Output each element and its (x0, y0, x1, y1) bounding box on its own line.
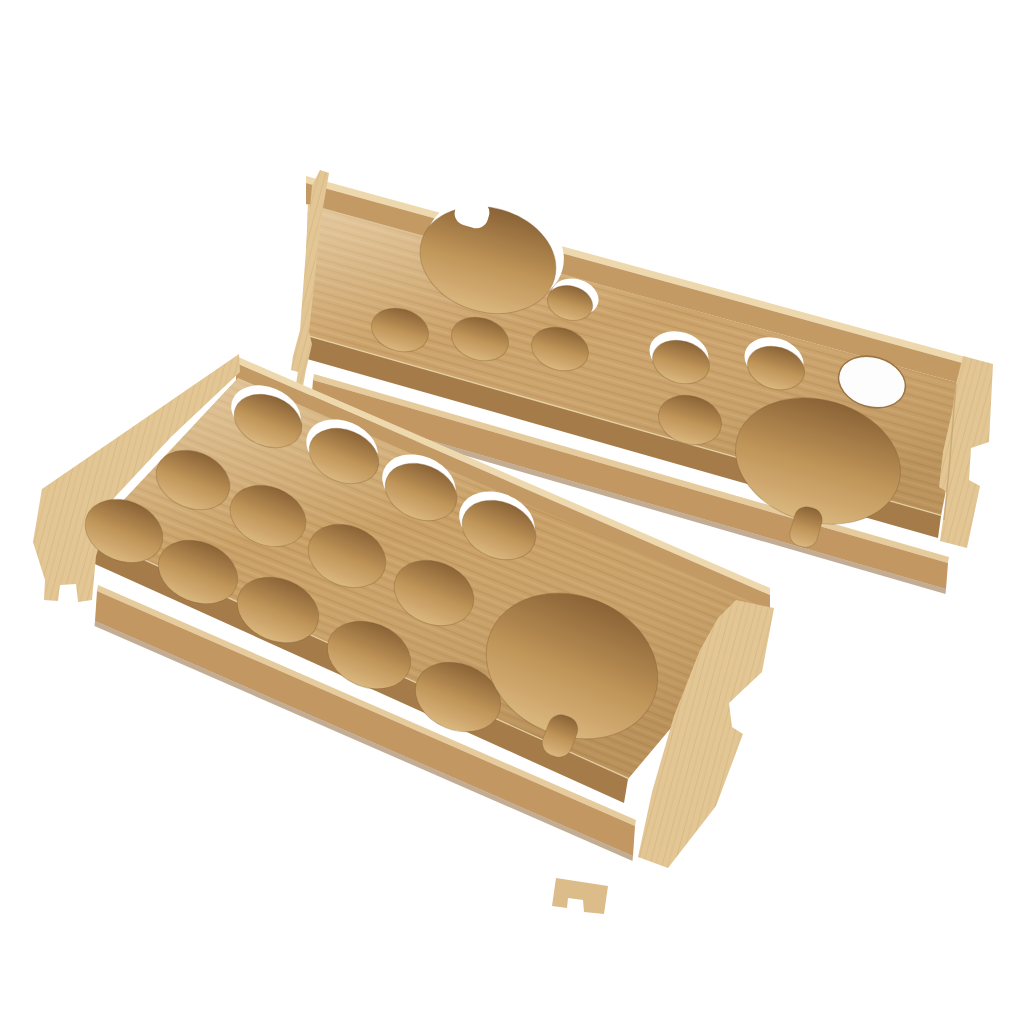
two-bamboo-pit-racks-photo (0, 0, 1024, 1024)
bottom-rack-right-foot (552, 878, 608, 914)
